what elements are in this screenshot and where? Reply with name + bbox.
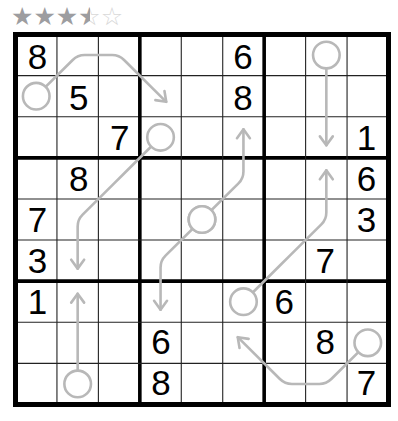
cell-r9c5[interactable] xyxy=(181,362,222,403)
star-full-icon: ★ xyxy=(33,3,55,29)
star-full-icon: ★ xyxy=(11,3,33,29)
cell-r2c8[interactable] xyxy=(305,77,346,118)
cell-r1c4[interactable] xyxy=(140,36,181,77)
cell-r1c5[interactable] xyxy=(181,36,222,77)
cell-r2c9[interactable] xyxy=(346,77,387,118)
cell-r6c7[interactable] xyxy=(264,240,305,281)
cell-r9c6[interactable] xyxy=(223,362,264,403)
cell-r5c3[interactable] xyxy=(99,199,140,240)
cell-r3c3[interactable]: 7 xyxy=(99,118,140,159)
cell-r8c8[interactable]: 8 xyxy=(305,321,346,362)
cell-r6c6[interactable] xyxy=(223,240,264,281)
cell-r4c4[interactable] xyxy=(140,158,181,199)
given-digit: 8 xyxy=(233,80,252,115)
cell-r5c4[interactable] xyxy=(140,199,181,240)
given-digit: 3 xyxy=(357,202,376,237)
sudoku-grid: 865871867337166887 xyxy=(17,36,387,403)
puzzle-canvas: ★★★☆★☆ 865871867337166887 xyxy=(0,0,398,421)
cell-r9c3[interactable] xyxy=(99,362,140,403)
given-digit: 7 xyxy=(28,202,47,237)
cell-r7c9[interactable] xyxy=(346,281,387,322)
cell-r3c7[interactable] xyxy=(264,118,305,159)
cell-r1c7[interactable] xyxy=(264,36,305,77)
cell-r2c4[interactable] xyxy=(140,77,181,118)
cell-r4c9[interactable]: 6 xyxy=(346,158,387,199)
cell-r7c2[interactable] xyxy=(58,281,99,322)
cell-r6c2[interactable] xyxy=(58,240,99,281)
cell-r3c8[interactable] xyxy=(305,118,346,159)
cell-r1c2[interactable] xyxy=(58,36,99,77)
cell-r7c5[interactable] xyxy=(181,281,222,322)
cell-r4c6[interactable] xyxy=(223,158,264,199)
cell-r7c3[interactable] xyxy=(99,281,140,322)
cell-r2c1[interactable] xyxy=(17,77,58,118)
star-full-icon: ★ xyxy=(56,3,78,29)
cell-r7c4[interactable] xyxy=(140,281,181,322)
cell-r6c3[interactable] xyxy=(99,240,140,281)
cell-r1c6[interactable]: 6 xyxy=(223,36,264,77)
cell-r4c8[interactable] xyxy=(305,158,346,199)
cell-r2c3[interactable] xyxy=(99,77,140,118)
star-half-icon: ☆★ xyxy=(78,3,100,29)
cell-r2c6[interactable]: 8 xyxy=(223,77,264,118)
cell-r1c1[interactable]: 8 xyxy=(17,36,58,77)
cell-r5c6[interactable] xyxy=(223,199,264,240)
cell-r8c7[interactable] xyxy=(264,321,305,362)
cell-r7c6[interactable] xyxy=(223,281,264,322)
cell-r6c4[interactable] xyxy=(140,240,181,281)
cell-r6c1[interactable]: 3 xyxy=(17,240,58,281)
cell-r2c7[interactable] xyxy=(264,77,305,118)
cell-r3c4[interactable] xyxy=(140,118,181,159)
cell-r7c8[interactable] xyxy=(305,281,346,322)
cell-r5c5[interactable] xyxy=(181,199,222,240)
cell-r8c3[interactable] xyxy=(99,321,140,362)
given-digit: 6 xyxy=(151,324,170,359)
cell-r9c8[interactable] xyxy=(305,362,346,403)
cell-r4c3[interactable] xyxy=(99,158,140,199)
sudoku-board: 865871867337166887 xyxy=(13,32,391,407)
given-digit: 8 xyxy=(28,39,47,74)
cell-r5c9[interactable]: 3 xyxy=(346,199,387,240)
cell-r2c5[interactable] xyxy=(181,77,222,118)
cell-r1c3[interactable] xyxy=(99,36,140,77)
given-digit: 6 xyxy=(274,284,293,319)
cell-r6c9[interactable] xyxy=(346,240,387,281)
cell-r4c2[interactable]: 8 xyxy=(58,158,99,199)
cell-r8c6[interactable] xyxy=(223,321,264,362)
given-digit: 1 xyxy=(357,120,376,155)
given-digit: 8 xyxy=(316,324,335,359)
cell-r6c8[interactable]: 7 xyxy=(305,240,346,281)
cell-r3c6[interactable] xyxy=(223,118,264,159)
given-digit: 7 xyxy=(357,365,376,400)
cell-r3c9[interactable]: 1 xyxy=(346,118,387,159)
cell-r2c2[interactable]: 5 xyxy=(58,77,99,118)
difficulty-rating: ★★★☆★☆ xyxy=(11,3,123,29)
given-digit: 6 xyxy=(357,161,376,196)
given-digit: 7 xyxy=(316,243,335,278)
cell-r5c2[interactable] xyxy=(58,199,99,240)
cell-r9c1[interactable] xyxy=(17,362,58,403)
given-digit: 3 xyxy=(28,243,47,278)
cell-r8c4[interactable]: 6 xyxy=(140,321,181,362)
cell-r1c9[interactable] xyxy=(346,36,387,77)
cell-r8c1[interactable] xyxy=(17,321,58,362)
cell-r3c5[interactable] xyxy=(181,118,222,159)
cell-r9c2[interactable] xyxy=(58,362,99,403)
cell-r1c8[interactable] xyxy=(305,36,346,77)
cell-r4c5[interactable] xyxy=(181,158,222,199)
given-digit: 8 xyxy=(69,161,88,196)
cell-r8c2[interactable] xyxy=(58,321,99,362)
cell-r4c7[interactable] xyxy=(264,158,305,199)
given-digit: 7 xyxy=(110,120,129,155)
cell-r9c7[interactable] xyxy=(264,362,305,403)
cell-r7c7[interactable]: 6 xyxy=(264,281,305,322)
cell-r5c8[interactable] xyxy=(305,199,346,240)
cell-r3c1[interactable] xyxy=(17,118,58,159)
given-digit: 6 xyxy=(233,39,252,74)
cell-r3c2[interactable] xyxy=(58,118,99,159)
cell-r5c7[interactable] xyxy=(264,199,305,240)
given-digit: 1 xyxy=(28,284,47,319)
cell-r4c1[interactable] xyxy=(17,158,58,199)
cell-r8c9[interactable] xyxy=(346,321,387,362)
cell-r8c5[interactable] xyxy=(181,321,222,362)
cell-r9c4[interactable]: 8 xyxy=(140,362,181,403)
cell-r6c5[interactable] xyxy=(181,240,222,281)
cell-r9c9[interactable]: 7 xyxy=(346,362,387,403)
star-empty-icon: ☆ xyxy=(101,3,123,29)
cell-r5c1[interactable]: 7 xyxy=(17,199,58,240)
given-digit: 5 xyxy=(69,80,88,115)
cell-r7c1[interactable]: 1 xyxy=(17,281,58,322)
given-digit: 8 xyxy=(151,365,170,400)
